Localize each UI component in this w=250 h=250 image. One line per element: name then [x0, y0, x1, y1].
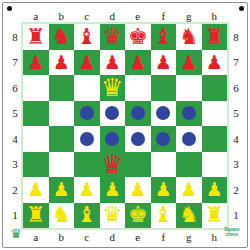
red-pawn: ♟: [78, 53, 95, 72]
rank-label-6: 6: [230, 75, 242, 101]
square-g6[interactable]: [176, 75, 202, 101]
file-label-c: c: [74, 9, 100, 22]
square-h1[interactable]: ♜: [202, 203, 228, 229]
rank-label-2: 2: [230, 177, 242, 203]
move-dot: [156, 106, 170, 120]
queen-crown-logo-icon: ♛: [7, 226, 25, 242]
red-pawn: ♟: [155, 53, 172, 72]
square-d6[interactable]: ♛: [100, 75, 126, 101]
move-dot: [105, 132, 119, 146]
square-c1[interactable]: ♝: [74, 203, 100, 229]
file-label-a: a: [23, 230, 49, 243]
square-e1[interactable]: ♚: [125, 203, 151, 229]
move-dot: [182, 132, 196, 146]
yellow-pawn: ♟: [27, 180, 44, 199]
move-dot: [80, 132, 94, 146]
yellow-rook: ♜: [204, 204, 224, 226]
square-b1[interactable]: ♞: [49, 203, 75, 229]
square-g4[interactable]: [176, 126, 202, 152]
rank-labels-right: 87654321: [230, 24, 242, 228]
square-f4[interactable]: [151, 126, 177, 152]
square-c5[interactable]: [74, 101, 100, 127]
square-a7[interactable]: ♟: [23, 50, 49, 76]
yellow-pawn: ♟: [78, 180, 95, 199]
square-c7[interactable]: ♟: [74, 50, 100, 76]
file-label-c: c: [74, 230, 100, 243]
square-d1[interactable]: ♛: [100, 203, 126, 229]
file-label-e: e: [125, 9, 151, 22]
file-labels-top: abcdefgh: [23, 9, 227, 22]
square-g5[interactable]: [176, 101, 202, 127]
square-a8[interactable]: ♜: [23, 24, 49, 50]
square-h6[interactable]: [202, 75, 228, 101]
rank-label-7: 7: [9, 50, 21, 76]
red-rook: ♜: [204, 26, 224, 48]
rank-label-5: 5: [9, 101, 21, 127]
yellow-rook: ♜: [26, 204, 46, 226]
rank-label-8: 8: [9, 24, 21, 50]
yellow-knight: ♞: [51, 204, 71, 226]
file-label-d: d: [100, 9, 126, 22]
square-d4[interactable]: [100, 126, 126, 152]
file-label-a: a: [23, 9, 49, 22]
square-e4[interactable]: [125, 126, 151, 152]
rank-label-1: 1: [9, 203, 21, 229]
rank-label-6: 6: [9, 75, 21, 101]
square-b5[interactable]: [49, 101, 75, 127]
square-a5[interactable]: [23, 101, 49, 127]
yellow-pawn: ♟: [104, 180, 121, 199]
rank-label-4: 4: [9, 126, 21, 152]
rank-label-3: 3: [9, 152, 21, 178]
yellow-pawn: ♟: [155, 180, 172, 199]
yellow-queen: ♛: [102, 204, 122, 226]
yellow-bishop: ♝: [77, 204, 97, 226]
rank-label-4: 4: [230, 126, 242, 152]
square-e2[interactable]: ♟: [125, 177, 151, 203]
square-h3[interactable]: [202, 152, 228, 178]
yellow-pawn: ♟: [206, 180, 223, 199]
red-knight: ♞: [179, 26, 199, 48]
red-king: ♚: [128, 26, 148, 48]
square-b7[interactable]: ♟: [49, 50, 75, 76]
square-g3[interactable]: [176, 152, 202, 178]
square-f7[interactable]: ♟: [151, 50, 177, 76]
file-label-g: g: [176, 9, 202, 22]
yellow-pawn: ♟: [129, 180, 146, 199]
square-a3[interactable]: [23, 152, 49, 178]
square-a1[interactable]: ♜: [23, 203, 49, 229]
move-dot: [105, 106, 119, 120]
square-f6[interactable]: [151, 75, 177, 101]
rank-label-5: 5: [230, 101, 242, 127]
red-pawn: ♟: [180, 53, 197, 72]
red-bishop: ♝: [153, 26, 173, 48]
yellow-bishop: ♝: [153, 204, 173, 226]
red-queen: ♛: [102, 26, 122, 48]
square-c3[interactable]: [74, 152, 100, 178]
square-d3[interactable]: ♛: [100, 152, 126, 178]
rank-labels-left: 87654321: [9, 24, 21, 228]
square-a6[interactable]: [23, 75, 49, 101]
square-b2[interactable]: ♟: [49, 177, 75, 203]
square-b3[interactable]: [49, 152, 75, 178]
square-e6[interactable]: [125, 75, 151, 101]
square-c8[interactable]: ♝: [74, 24, 100, 50]
square-h8[interactable]: ♜: [202, 24, 228, 50]
square-f5[interactable]: [151, 101, 177, 127]
square-c6[interactable]: [74, 75, 100, 101]
rank-label-3: 3: [230, 152, 242, 178]
square-d8[interactable]: ♛: [100, 24, 126, 50]
rank-label-8: 8: [230, 24, 242, 50]
square-c2[interactable]: ♟: [74, 177, 100, 203]
square-g8[interactable]: ♞: [176, 24, 202, 50]
red-pawn: ♟: [104, 53, 121, 72]
rank-label-1: 1: [230, 203, 242, 229]
square-h7[interactable]: ♟: [202, 50, 228, 76]
square-a2[interactable]: ♟: [23, 177, 49, 203]
rank-label-2: 2: [9, 177, 21, 203]
square-f3[interactable]: [151, 152, 177, 178]
square-f1[interactable]: ♝: [151, 203, 177, 229]
square-b8[interactable]: ♞: [49, 24, 75, 50]
red-rook: ♜: [26, 26, 46, 48]
square-c4[interactable]: [74, 126, 100, 152]
red-pawn: ♟: [129, 53, 146, 72]
square-b4[interactable]: [49, 126, 75, 152]
yellow-knight: ♞: [179, 204, 199, 226]
chess-board: ♜♞♝♛♚♝♞♜♟♟♟♟♟♟♟♟♛♛♟♟♟♟♟♟♟♟♜♞♝♛♚♝♞♜: [21, 22, 229, 230]
move-dot: [156, 132, 170, 146]
move-dot: [80, 106, 94, 120]
red-queen: ♛: [101, 152, 123, 177]
file-label-h: h: [202, 9, 228, 22]
file-label-g: g: [176, 230, 202, 243]
red-pawn: ♟: [206, 53, 223, 72]
pin-hole-top-left-icon: [7, 6, 12, 11]
pin-hole-top-right-icon: [239, 6, 244, 11]
file-label-d: d: [100, 230, 126, 243]
yellow-pawn: ♟: [53, 180, 70, 199]
red-pawn: ♟: [53, 53, 70, 72]
yellow-queen: ♛: [101, 75, 123, 100]
square-e7[interactable]: ♟: [125, 50, 151, 76]
yellow-king: ♚: [128, 204, 148, 226]
square-e8[interactable]: ♚: [125, 24, 151, 50]
move-dot: [131, 132, 145, 146]
square-h5[interactable]: [202, 101, 228, 127]
square-d2[interactable]: ♟: [100, 177, 126, 203]
square-d7[interactable]: ♟: [100, 50, 126, 76]
move-dot: [182, 106, 196, 120]
red-pawn: ♟: [27, 53, 44, 72]
square-d5[interactable]: [100, 101, 126, 127]
file-label-b: b: [49, 9, 75, 22]
square-e3[interactable]: [125, 152, 151, 178]
file-label-f: f: [151, 9, 177, 22]
rank-label-7: 7: [230, 50, 242, 76]
square-g7[interactable]: ♟: [176, 50, 202, 76]
brand-logo: Square chess: [221, 228, 243, 237]
square-g2[interactable]: ♟: [176, 177, 202, 203]
square-h2[interactable]: ♟: [202, 177, 228, 203]
file-label-e: e: [125, 230, 151, 243]
file-label-b: b: [49, 230, 75, 243]
square-a4[interactable]: [23, 126, 49, 152]
move-dot: [131, 106, 145, 120]
square-g1[interactable]: ♞: [176, 203, 202, 229]
square-b6[interactable]: [49, 75, 75, 101]
file-label-f: f: [151, 230, 177, 243]
square-f8[interactable]: ♝: [151, 24, 177, 50]
red-bishop: ♝: [77, 26, 97, 48]
square-e5[interactable]: [125, 101, 151, 127]
red-knight: ♞: [51, 26, 71, 48]
square-h4[interactable]: [202, 126, 228, 152]
file-labels-bottom: abcdefgh: [23, 230, 227, 243]
yellow-pawn: ♟: [180, 180, 197, 199]
square-f2[interactable]: ♟: [151, 177, 177, 203]
